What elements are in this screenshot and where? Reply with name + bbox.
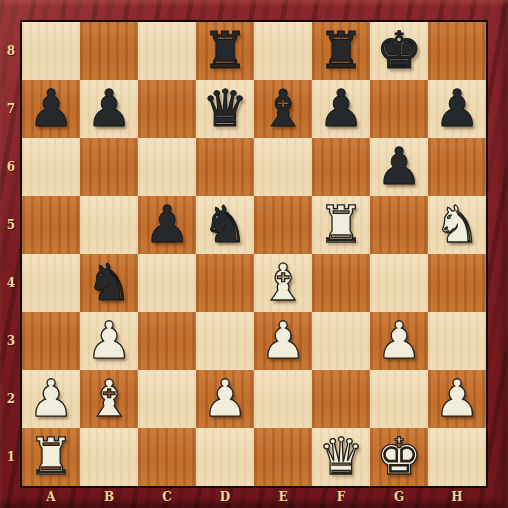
square-b6[interactable] (80, 138, 138, 196)
square-g4[interactable] (370, 254, 428, 312)
black-king-g8[interactable]: ♚ (376, 22, 422, 80)
square-g8[interactable]: ♚ (370, 22, 428, 80)
square-e2[interactable] (254, 370, 312, 428)
square-e1[interactable] (254, 428, 312, 486)
square-g1[interactable]: ♚ (370, 428, 428, 486)
square-e8[interactable] (254, 22, 312, 80)
square-b7[interactable]: ♟ (80, 80, 138, 138)
square-a4[interactable] (22, 254, 80, 312)
rank-label-2: 2 (0, 370, 22, 428)
square-d8[interactable]: ♜ (196, 22, 254, 80)
white-king-g1[interactable]: ♚ (376, 428, 422, 486)
square-a8[interactable] (22, 22, 80, 80)
square-a2[interactable]: ♟ (22, 370, 80, 428)
rank-label-5: 5 (0, 196, 22, 254)
square-c6[interactable] (138, 138, 196, 196)
square-d6[interactable] (196, 138, 254, 196)
square-f8[interactable]: ♜ (312, 22, 370, 80)
white-rook-f5[interactable]: ♜ (318, 196, 364, 254)
square-g3[interactable]: ♟ (370, 312, 428, 370)
square-f5[interactable]: ♜ (312, 196, 370, 254)
square-h6[interactable] (428, 138, 486, 196)
white-knight-h5[interactable]: ♞ (434, 196, 480, 254)
square-h3[interactable] (428, 312, 486, 370)
rank-label-7: 7 (0, 80, 22, 138)
square-f4[interactable] (312, 254, 370, 312)
rank-labels: 87654321 (0, 22, 22, 486)
square-h1[interactable] (428, 428, 486, 486)
square-g7[interactable] (370, 80, 428, 138)
square-c2[interactable] (138, 370, 196, 428)
square-b8[interactable] (80, 22, 138, 80)
black-rook-f8[interactable]: ♜ (318, 22, 364, 80)
white-bishop-b2[interactable]: ♝ (86, 370, 132, 428)
rank-label-4: 4 (0, 254, 22, 312)
square-b4[interactable]: ♞ (80, 254, 138, 312)
file-labels: ABCDEFGH (22, 485, 486, 508)
square-e6[interactable] (254, 138, 312, 196)
square-g6[interactable]: ♟ (370, 138, 428, 196)
file-label-h: H (428, 485, 486, 508)
file-label-c: C (138, 485, 196, 508)
square-c4[interactable] (138, 254, 196, 312)
file-label-b: B (80, 485, 138, 508)
black-knight-d5[interactable]: ♞ (202, 196, 248, 254)
square-a6[interactable] (22, 138, 80, 196)
black-queen-d7[interactable]: ♛ (202, 80, 248, 138)
square-h2[interactable]: ♟ (428, 370, 486, 428)
black-knight-b4[interactable]: ♞ (86, 254, 132, 312)
square-e3[interactable]: ♟ (254, 312, 312, 370)
square-a5[interactable] (22, 196, 80, 254)
white-pawn-b3[interactable]: ♟ (86, 312, 132, 370)
square-d2[interactable]: ♟ (196, 370, 254, 428)
square-c3[interactable] (138, 312, 196, 370)
square-b3[interactable]: ♟ (80, 312, 138, 370)
square-g5[interactable] (370, 196, 428, 254)
square-h4[interactable] (428, 254, 486, 312)
file-label-e: E (254, 485, 312, 508)
white-pawn-a2[interactable]: ♟ (28, 370, 74, 428)
square-c1[interactable] (138, 428, 196, 486)
square-b1[interactable] (80, 428, 138, 486)
white-rook-a1[interactable]: ♜ (28, 428, 74, 486)
square-e5[interactable] (254, 196, 312, 254)
square-c7[interactable] (138, 80, 196, 138)
black-pawn-f7[interactable]: ♟ (318, 80, 364, 138)
square-f7[interactable]: ♟ (312, 80, 370, 138)
file-label-f: F (312, 485, 370, 508)
square-d7[interactable]: ♛ (196, 80, 254, 138)
square-c8[interactable] (138, 22, 196, 80)
square-f1[interactable]: ♛ (312, 428, 370, 486)
black-bishop-e7[interactable]: ♝ (260, 80, 306, 138)
square-h8[interactable] (428, 22, 486, 80)
square-h7[interactable]: ♟ (428, 80, 486, 138)
square-f3[interactable] (312, 312, 370, 370)
square-a7[interactable]: ♟ (22, 80, 80, 138)
rank-label-1: 1 (0, 428, 22, 486)
file-label-a: A (22, 485, 80, 508)
square-h5[interactable]: ♞ (428, 196, 486, 254)
black-pawn-g6[interactable]: ♟ (376, 138, 422, 196)
chess-board: ♜♜♚♟♟♛♝♟♟♟♟♞♜♞♞♝♟♟♟♟♝♟♟♜♛♚ (22, 22, 486, 486)
white-pawn-d2[interactable]: ♟ (202, 370, 248, 428)
rank-label-8: 8 (0, 22, 22, 80)
square-f6[interactable] (312, 138, 370, 196)
square-d3[interactable] (196, 312, 254, 370)
black-pawn-h7[interactable]: ♟ (434, 80, 480, 138)
square-b5[interactable] (80, 196, 138, 254)
square-d5[interactable]: ♞ (196, 196, 254, 254)
white-pawn-e3[interactable]: ♟ (260, 312, 306, 370)
square-d4[interactable] (196, 254, 254, 312)
rank-label-6: 6 (0, 138, 22, 196)
square-e4[interactable]: ♝ (254, 254, 312, 312)
square-d1[interactable] (196, 428, 254, 486)
square-g2[interactable] (370, 370, 428, 428)
file-label-d: D (196, 485, 254, 508)
square-b2[interactable]: ♝ (80, 370, 138, 428)
square-c5[interactable]: ♟ (138, 196, 196, 254)
black-pawn-a7[interactable]: ♟ (28, 80, 74, 138)
white-pawn-h2[interactable]: ♟ (434, 370, 480, 428)
black-rook-d8[interactable]: ♜ (202, 22, 248, 80)
square-f2[interactable] (312, 370, 370, 428)
white-pawn-g3[interactable]: ♟ (376, 312, 422, 370)
black-pawn-b7[interactable]: ♟ (86, 80, 132, 138)
square-a3[interactable] (22, 312, 80, 370)
square-a1[interactable]: ♜ (22, 428, 80, 486)
white-bishop-e4[interactable]: ♝ (260, 254, 306, 312)
file-label-g: G (370, 485, 428, 508)
white-queen-f1[interactable]: ♛ (318, 428, 364, 486)
black-pawn-c5[interactable]: ♟ (144, 196, 190, 254)
rank-label-3: 3 (0, 312, 22, 370)
square-e7[interactable]: ♝ (254, 80, 312, 138)
